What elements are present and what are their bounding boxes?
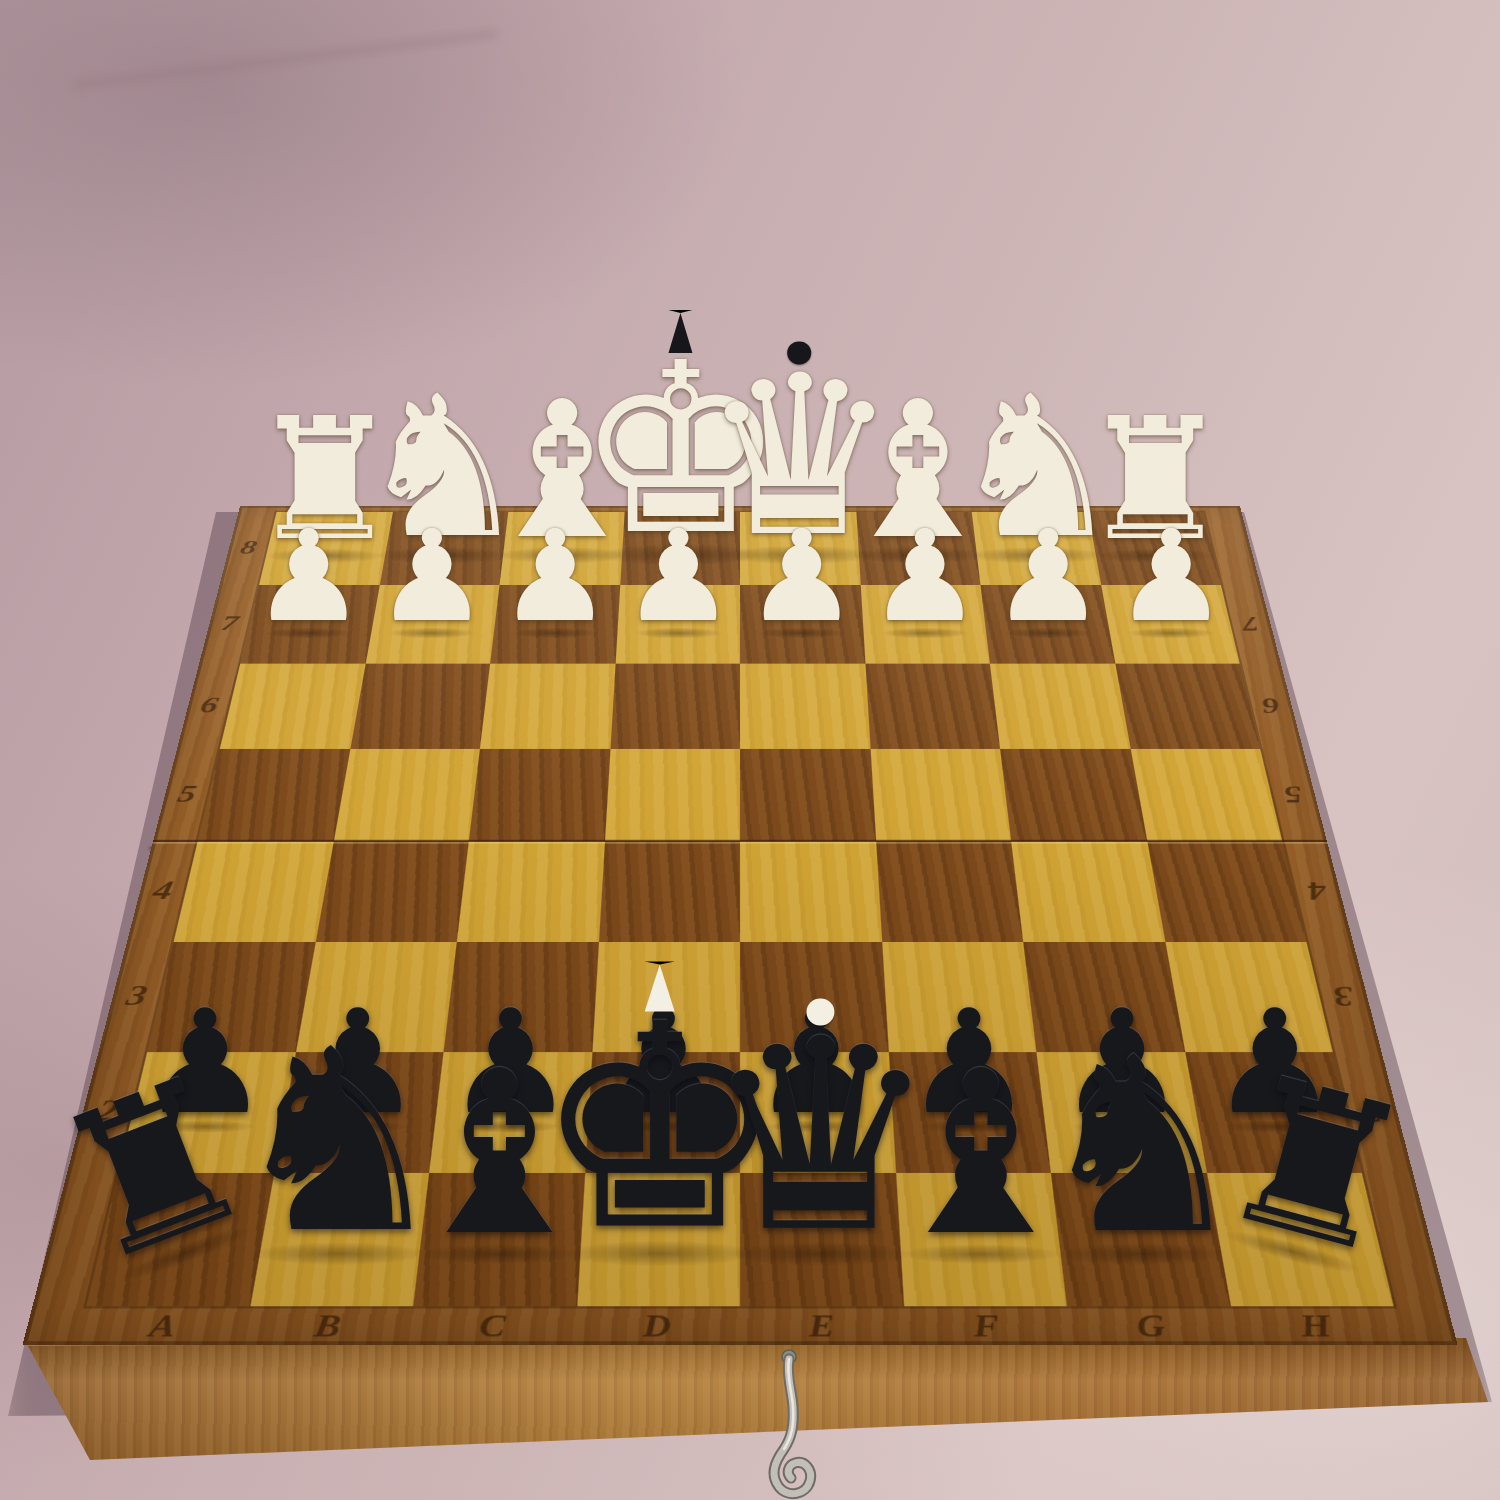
- coordinate-label-A: A: [146, 1308, 181, 1344]
- square-h6[interactable]: [1115, 664, 1260, 749]
- square-c6[interactable]: [480, 664, 615, 749]
- background-shadow-streak: [71, 29, 499, 90]
- coordinate-label-6: 6: [198, 693, 221, 718]
- square-f5[interactable]: [870, 749, 1011, 841]
- square-a4[interactable]: [174, 841, 334, 942]
- piece-white-pawn-f7[interactable]: ♟: [868, 514, 981, 641]
- piece-glyph: ♟: [252, 514, 365, 641]
- square-h5[interactable]: [1130, 749, 1282, 841]
- coordinate-label-H: H: [1297, 1308, 1336, 1344]
- square-b6[interactable]: [350, 664, 490, 749]
- square-e4[interactable]: [740, 841, 882, 942]
- square-c4[interactable]: [457, 841, 605, 942]
- square-e6[interactable]: [740, 664, 870, 749]
- king-cone-finial: [669, 310, 693, 353]
- square-a5[interactable]: [198, 749, 350, 841]
- board-fold-seam: [152, 840, 1327, 844]
- piece-white-pawn-g7[interactable]: ♟: [991, 514, 1104, 641]
- piece-glyph: ♟: [991, 514, 1104, 641]
- square-e5[interactable]: [740, 749, 876, 841]
- photo-scene: 8765432765432ABCDEFGH ♜♞♝♚♛♝♞♜♟♟♟♟♟♟♟♟♟♟…: [0, 0, 1500, 1500]
- coordinate-label-5: 5: [1281, 781, 1306, 808]
- square-g4[interactable]: [1011, 841, 1165, 942]
- square-h4[interactable]: [1147, 841, 1307, 942]
- piece-white-pawn-e7[interactable]: ♟: [745, 514, 858, 641]
- coordinate-label-B: B: [312, 1308, 345, 1344]
- square-f6[interactable]: [865, 664, 1000, 749]
- coordinate-label-C: C: [478, 1308, 508, 1344]
- coordinate-label-7: 7: [1239, 612, 1261, 635]
- piece-glyph: ♟: [622, 514, 735, 641]
- coordinate-label-D: D: [642, 1308, 672, 1344]
- piece-glyph: ♟: [498, 514, 611, 641]
- piece-glyph: ♟: [1115, 514, 1228, 641]
- square-d4[interactable]: [598, 841, 740, 942]
- square-d5[interactable]: [604, 749, 740, 841]
- coordinate-label-6: 6: [1259, 693, 1282, 718]
- coordinate-label-G: G: [1134, 1308, 1169, 1344]
- coordinate-label-4: 4: [1304, 876, 1330, 906]
- square-g5[interactable]: [1000, 749, 1147, 841]
- coordinate-label-E: E: [808, 1308, 836, 1344]
- coordinate-label-F: F: [972, 1308, 1002, 1344]
- latch-hook: [762, 1349, 818, 1500]
- queen-ball-finial: [806, 998, 834, 1026]
- piece-glyph: ♟: [745, 514, 858, 641]
- coordinate-label-5: 5: [175, 781, 200, 808]
- piece-white-pawn-b7[interactable]: ♟: [375, 514, 488, 641]
- square-f4[interactable]: [876, 841, 1024, 942]
- square-c5[interactable]: [469, 749, 610, 841]
- coordinate-label-4: 4: [150, 876, 176, 906]
- board-box-front-face: [0, 1336, 1500, 1486]
- piece-white-pawn-h7[interactable]: ♟: [1115, 514, 1228, 641]
- coordinate-label-7: 7: [219, 612, 241, 635]
- piece-white-pawn-d7[interactable]: ♟: [622, 514, 735, 641]
- square-b5[interactable]: [333, 749, 480, 841]
- piece-white-pawn-c7[interactable]: ♟: [498, 514, 611, 641]
- square-b4[interactable]: [315, 841, 469, 942]
- square-g6[interactable]: [990, 664, 1130, 749]
- piece-white-pawn-a7[interactable]: ♟: [252, 514, 365, 641]
- square-d6[interactable]: [610, 664, 740, 749]
- piece-glyph: ♟: [375, 514, 488, 641]
- king-cone-finial: [645, 961, 675, 1011]
- square-a6[interactable]: [220, 664, 365, 749]
- piece-glyph: ♟: [868, 514, 981, 641]
